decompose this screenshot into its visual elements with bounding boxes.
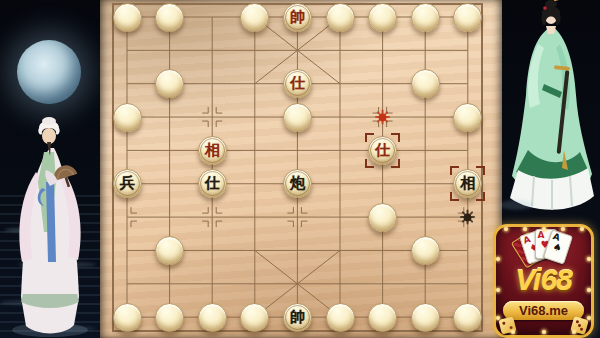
piece-hidden-r0c8[interactable] (453, 3, 482, 32)
selection-corner (391, 133, 400, 142)
piece-hidden-r9c8[interactable] (453, 303, 482, 332)
piece-hidden-r9c0[interactable] (113, 303, 142, 332)
piece-red-帥-r0c4[interactable]: 帥 (283, 3, 312, 32)
piece-glyph: 仕 (285, 71, 310, 96)
piece-hidden-r3c8[interactable] (453, 103, 482, 132)
last-move-marker-last-move-origin-red (378, 113, 387, 122)
marquee-light (496, 316, 500, 320)
piece-glyph: 炮 (285, 171, 310, 196)
selection-corner (391, 159, 400, 168)
piece-hidden-r9c5[interactable] (326, 303, 355, 332)
piece-red-相-r4c2[interactable]: 相 (198, 136, 227, 165)
piece-hidden-r3c4[interactable] (283, 103, 312, 132)
marquee-light (523, 227, 527, 231)
scholar-character-illustration (6, 112, 96, 338)
piece-black-炮-r5c4[interactable]: 炮 (283, 169, 312, 198)
selection-corner (365, 133, 374, 142)
piece-black-相-r5c8[interactable]: 相 (453, 169, 482, 198)
piece-glyph: 帥 (285, 5, 310, 30)
selection-corner (476, 192, 485, 201)
piece-hidden-r0c3[interactable] (240, 3, 269, 32)
app-screen: { "game": "xiangqi (jieqi / hidden-piece… (0, 0, 600, 338)
piece-hidden-r0c6[interactable] (368, 3, 397, 32)
piece-red-仕-r4c6[interactable]: 仕 (368, 136, 397, 165)
marquee-light (496, 257, 500, 261)
lady-character-illustration (504, 0, 600, 220)
selection-corner (450, 192, 459, 201)
playing-cards-icon: A♦ A♥ A♠ (509, 229, 579, 267)
logo-domain: Vi68.me (503, 301, 584, 320)
piece-black-帥-r9c4[interactable]: 帥 (283, 303, 312, 332)
piece-glyph: 兵 (115, 171, 140, 196)
marquee-light (542, 330, 546, 334)
selection-corner (365, 159, 374, 168)
marquee-light (580, 227, 584, 231)
vi68-logo-badge[interactable]: A♦ A♥ A♠ Vi68 Vi68.me (493, 224, 594, 338)
xiangqi-board[interactable]: 帥仕相仕兵仕炮相帥 (100, 0, 502, 338)
marquee-light (572, 330, 576, 334)
marquee-light (504, 227, 508, 231)
marquee-light (542, 227, 546, 231)
piece-hidden-r9c7[interactable] (411, 303, 440, 332)
piece-hidden-r9c1[interactable] (155, 303, 184, 332)
marquee-light (587, 257, 591, 261)
piece-hidden-r9c3[interactable] (240, 303, 269, 332)
selection-corner (476, 166, 485, 175)
selection-corner (450, 166, 459, 175)
piece-black-兵-r5c0[interactable]: 兵 (113, 169, 142, 198)
piece-hidden-r6c6[interactable] (368, 203, 397, 232)
piece-hidden-r9c2[interactable] (198, 303, 227, 332)
marquee-light (587, 316, 591, 320)
marquee-light (561, 227, 565, 231)
piece-hidden-r7c1[interactable] (155, 236, 184, 265)
cloud-wisp (500, 200, 534, 210)
left-scenery-panel (0, 0, 100, 338)
piece-black-仕-r5c2[interactable]: 仕 (198, 169, 227, 198)
marquee-light (587, 288, 591, 292)
logo-title: Vi68 (496, 263, 591, 297)
moon (17, 40, 81, 104)
last-move-marker-last-move-origin-black (463, 213, 472, 222)
marquee-light (511, 330, 515, 334)
piece-hidden-r9c6[interactable] (368, 303, 397, 332)
piece-glyph: 帥 (285, 305, 310, 330)
piece-hidden-r3c0[interactable] (113, 103, 142, 132)
piece-hidden-r0c5[interactable] (326, 3, 355, 32)
piece-glyph: 仕 (200, 171, 225, 196)
piece-hidden-r7c7[interactable] (411, 236, 440, 265)
marquee-light (496, 288, 500, 292)
piece-hidden-r0c7[interactable] (411, 3, 440, 32)
piece-glyph: 相 (200, 138, 225, 163)
piece-hidden-r2c7[interactable] (411, 69, 440, 98)
piece-hidden-r0c0[interactable] (113, 3, 142, 32)
piece-red-仕-r2c4[interactable]: 仕 (283, 69, 312, 98)
piece-hidden-r0c1[interactable] (155, 3, 184, 32)
